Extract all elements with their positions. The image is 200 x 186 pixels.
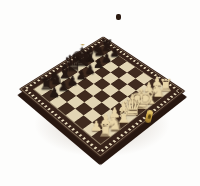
photo-scene: ♜♞♝♛♚♝♞♜♟♟♟♟♟♟♟♟♟♟♟♟♟♟♟♟♜♞♝♛♚♝♞♜ bbox=[0, 0, 200, 186]
piece-black-pawn-a7[interactable]: ♟ bbox=[41, 85, 67, 98]
hinge-knob bbox=[116, 14, 121, 20]
piece-white-rook-a1[interactable]: ♜ bbox=[91, 123, 120, 141]
black-king-gold-finial-icon bbox=[81, 42, 84, 45]
